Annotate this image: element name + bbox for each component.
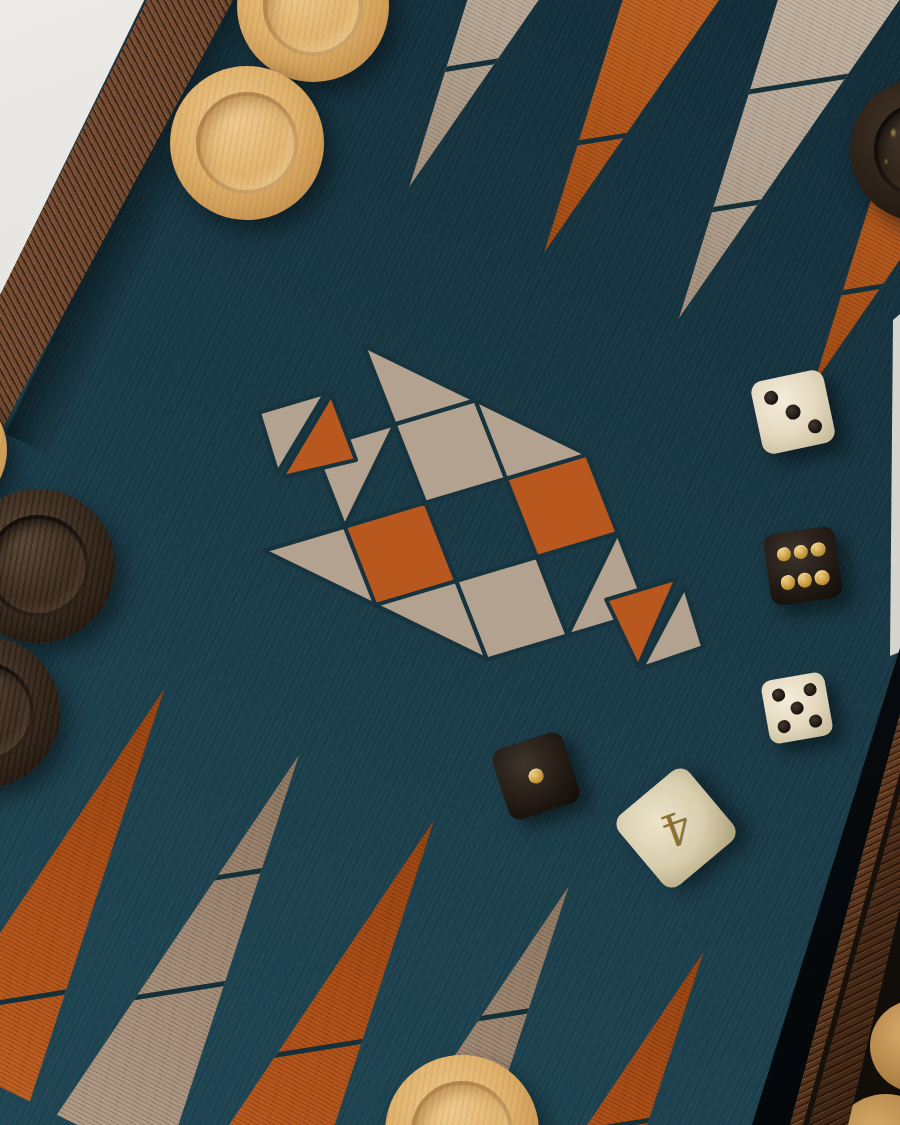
die-pip <box>797 572 813 588</box>
die-pip <box>810 541 826 557</box>
die-pip <box>780 575 796 591</box>
die-pip <box>790 701 805 716</box>
die-pip <box>762 389 780 407</box>
die-pip <box>806 417 824 435</box>
die-pip <box>776 546 792 562</box>
die-pip <box>527 767 546 786</box>
white-die-three[interactable] <box>749 368 837 456</box>
die-pip <box>771 688 786 703</box>
die-pip <box>803 682 818 697</box>
black-die-six[interactable] <box>762 525 843 606</box>
die-pip <box>814 570 830 586</box>
die-pip <box>808 714 823 729</box>
die-pip <box>777 719 792 734</box>
backgammon-photo-stage: 4 <box>0 0 900 1125</box>
die-pip <box>784 403 802 421</box>
light-checker-upper-left[interactable] <box>170 66 324 220</box>
white-die-five[interactable] <box>760 671 834 745</box>
doubling-cube-value: 4 <box>654 799 698 857</box>
die-pip <box>793 544 809 560</box>
